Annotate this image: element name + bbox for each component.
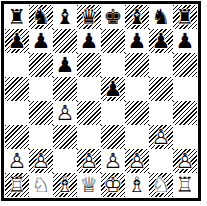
square-e6[interactable] xyxy=(101,53,125,77)
square-h7[interactable]: ♟ xyxy=(173,29,197,53)
white-queen-glyph: ♕ xyxy=(77,173,101,197)
square-d7[interactable]: ♟ xyxy=(77,29,101,53)
white-pawn-glyph: ♙ xyxy=(5,149,29,173)
square-c3[interactable] xyxy=(53,125,77,149)
square-h8[interactable]: ♜ xyxy=(173,5,197,29)
square-g4[interactable] xyxy=(149,101,173,125)
square-a7[interactable]: ♟ xyxy=(5,29,29,53)
white-knight-glyph: ♘ xyxy=(149,173,173,197)
square-f5[interactable] xyxy=(125,77,149,101)
square-d2[interactable]: ♟♙ xyxy=(77,149,101,173)
white-bishop: ♝♗ xyxy=(125,173,149,197)
white-king-glyph: ♔ xyxy=(101,173,125,197)
black-pawn: ♟ xyxy=(101,77,125,101)
black-pawn-glyph: ♟ xyxy=(101,77,125,101)
square-e2[interactable]: ♟♙ xyxy=(101,149,125,173)
square-d6[interactable] xyxy=(77,53,101,77)
white-pawn: ♟♙ xyxy=(125,149,149,173)
square-g2[interactable] xyxy=(149,149,173,173)
square-a8[interactable]: ♜ xyxy=(5,5,29,29)
white-bishop-glyph: ♗ xyxy=(53,173,77,197)
square-h2[interactable]: ♟♙ xyxy=(173,149,197,173)
square-c5[interactable] xyxy=(53,77,77,101)
square-a4[interactable] xyxy=(5,101,29,125)
white-pawn-glyph: ♙ xyxy=(29,149,53,173)
black-pawn: ♟ xyxy=(29,29,53,53)
black-pawn-glyph: ♟ xyxy=(53,53,77,77)
white-pawn-glyph: ♙ xyxy=(173,149,197,173)
square-a5[interactable] xyxy=(5,77,29,101)
square-g7[interactable]: ♟ xyxy=(149,29,173,53)
black-king-glyph: ♚ xyxy=(101,5,125,29)
square-d3[interactable] xyxy=(77,125,101,149)
square-e5[interactable]: ♟ xyxy=(101,77,125,101)
square-c1[interactable]: ♝♗ xyxy=(53,173,77,197)
square-h6[interactable] xyxy=(173,53,197,77)
square-b1[interactable]: ♞♘ xyxy=(29,173,53,197)
black-pawn: ♟ xyxy=(149,29,173,53)
white-pawn: ♟♙ xyxy=(29,149,53,173)
chess-board: ♜♞♝♛♚♝♞♜♟♟♟♟♟♟♟♟♟♙♟♙♟♙♟♙♟♙♟♙♟♙♟♙♜♖♞♘♝♗♛♕… xyxy=(5,5,197,197)
black-pawn: ♟ xyxy=(173,29,197,53)
square-g5[interactable] xyxy=(149,77,173,101)
square-h4[interactable] xyxy=(173,101,197,125)
square-b5[interactable] xyxy=(29,77,53,101)
square-d1[interactable]: ♛♕ xyxy=(77,173,101,197)
black-bishop-glyph: ♝ xyxy=(53,5,77,29)
square-c2[interactable] xyxy=(53,149,77,173)
black-pawn-glyph: ♟ xyxy=(29,29,53,53)
white-rook: ♜♖ xyxy=(5,173,29,197)
square-f3[interactable] xyxy=(125,125,149,149)
white-pawn-glyph: ♙ xyxy=(77,149,101,173)
square-e3[interactable] xyxy=(101,125,125,149)
chess-diagram: ♜♞♝♛♚♝♞♜♟♟♟♟♟♟♟♟♟♙♟♙♟♙♟♙♟♙♟♙♟♙♟♙♜♖♞♘♝♗♛♕… xyxy=(0,0,207,206)
square-c8[interactable]: ♝ xyxy=(53,5,77,29)
square-d8[interactable]: ♛ xyxy=(77,5,101,29)
square-b8[interactable]: ♞ xyxy=(29,5,53,29)
square-b6[interactable] xyxy=(29,53,53,77)
white-pawn-glyph: ♙ xyxy=(53,101,77,125)
square-c6[interactable]: ♟ xyxy=(53,53,77,77)
black-pawn-glyph: ♟ xyxy=(173,29,197,53)
square-b4[interactable] xyxy=(29,101,53,125)
square-b2[interactable]: ♟♙ xyxy=(29,149,53,173)
square-a1[interactable]: ♜♖ xyxy=(5,173,29,197)
square-f6[interactable] xyxy=(125,53,149,77)
square-a6[interactable] xyxy=(5,53,29,77)
black-knight: ♞ xyxy=(149,5,173,29)
square-e7[interactable] xyxy=(101,29,125,53)
square-f1[interactable]: ♝♗ xyxy=(125,173,149,197)
black-pawn: ♟ xyxy=(53,53,77,77)
black-queen-glyph: ♛ xyxy=(77,5,101,29)
square-h3[interactable] xyxy=(173,125,197,149)
black-bishop: ♝ xyxy=(53,5,77,29)
black-bishop: ♝ xyxy=(125,5,149,29)
board-frame: ♜♞♝♛♚♝♞♜♟♟♟♟♟♟♟♟♟♙♟♙♟♙♟♙♟♙♟♙♟♙♟♙♜♖♞♘♝♗♛♕… xyxy=(1,1,201,201)
white-pawn: ♟♙ xyxy=(5,149,29,173)
white-rook-glyph: ♖ xyxy=(173,173,197,197)
black-pawn: ♟ xyxy=(5,29,29,53)
white-pawn: ♟♙ xyxy=(101,149,125,173)
white-rook-glyph: ♖ xyxy=(5,173,29,197)
black-rook-glyph: ♜ xyxy=(5,5,29,29)
black-knight: ♞ xyxy=(29,5,53,29)
square-e1[interactable]: ♚♔ xyxy=(101,173,125,197)
black-king: ♚ xyxy=(101,5,125,29)
white-knight: ♞♘ xyxy=(149,173,173,197)
white-pawn: ♟♙ xyxy=(53,101,77,125)
black-pawn-glyph: ♟ xyxy=(5,29,29,53)
square-f8[interactable]: ♝ xyxy=(125,5,149,29)
white-knight: ♞♘ xyxy=(29,173,53,197)
black-knight-glyph: ♞ xyxy=(29,5,53,29)
white-pawn: ♟♙ xyxy=(173,149,197,173)
square-h1[interactable]: ♜♖ xyxy=(173,173,197,197)
black-rook: ♜ xyxy=(5,5,29,29)
white-pawn: ♟♙ xyxy=(77,149,101,173)
white-king: ♚♔ xyxy=(101,173,125,197)
black-pawn: ♟ xyxy=(125,29,149,53)
square-g1[interactable]: ♞♘ xyxy=(149,173,173,197)
square-f2[interactable]: ♟♙ xyxy=(125,149,149,173)
black-knight-glyph: ♞ xyxy=(149,5,173,29)
white-pawn-glyph: ♙ xyxy=(101,149,125,173)
black-rook-glyph: ♜ xyxy=(173,5,197,29)
square-e8[interactable]: ♚ xyxy=(101,5,125,29)
white-bishop: ♝♗ xyxy=(53,173,77,197)
white-knight-glyph: ♘ xyxy=(29,173,53,197)
black-rook: ♜ xyxy=(173,5,197,29)
black-pawn: ♟ xyxy=(77,29,101,53)
white-pawn: ♟♙ xyxy=(149,125,173,149)
square-f4[interactable] xyxy=(125,101,149,125)
square-g6[interactable] xyxy=(149,53,173,77)
square-e4[interactable] xyxy=(101,101,125,125)
white-pawn-glyph: ♙ xyxy=(125,149,149,173)
black-pawn-glyph: ♟ xyxy=(77,29,101,53)
black-pawn-glyph: ♟ xyxy=(149,29,173,53)
square-b7[interactable]: ♟ xyxy=(29,29,53,53)
white-queen: ♛♕ xyxy=(77,173,101,197)
square-a3[interactable] xyxy=(5,125,29,149)
square-c4[interactable]: ♟♙ xyxy=(53,101,77,125)
square-d4[interactable] xyxy=(77,101,101,125)
square-b3[interactable] xyxy=(29,125,53,149)
square-c7[interactable] xyxy=(53,29,77,53)
black-bishop-glyph: ♝ xyxy=(125,5,149,29)
square-a2[interactable]: ♟♙ xyxy=(5,149,29,173)
square-f7[interactable]: ♟ xyxy=(125,29,149,53)
square-d5[interactable] xyxy=(77,77,101,101)
square-g3[interactable]: ♟♙ xyxy=(149,125,173,149)
square-g8[interactable]: ♞ xyxy=(149,5,173,29)
white-pawn-glyph: ♙ xyxy=(149,125,173,149)
black-queen: ♛ xyxy=(77,5,101,29)
square-h5[interactable] xyxy=(173,77,197,101)
white-rook: ♜♖ xyxy=(173,173,197,197)
black-pawn-glyph: ♟ xyxy=(125,29,149,53)
white-bishop-glyph: ♗ xyxy=(125,173,149,197)
